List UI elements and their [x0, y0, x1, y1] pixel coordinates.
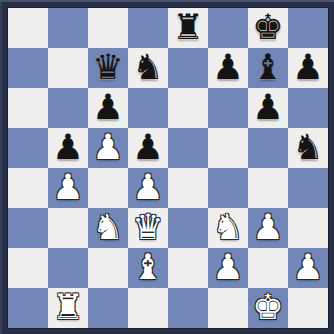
white-pawn-icon: ♟ [212, 248, 243, 287]
black-pawn-icon: ♟ [252, 88, 283, 127]
square-e6[interactable] [168, 88, 208, 128]
square-d5[interactable]: ♟ [128, 128, 168, 168]
square-c6[interactable]: ♟ [88, 88, 128, 128]
square-f7[interactable]: ♟ [208, 48, 248, 88]
square-e7[interactable] [168, 48, 208, 88]
square-h2[interactable]: ♟ [288, 248, 328, 288]
square-h1[interactable] [288, 288, 328, 328]
white-pawn-icon: ♟ [92, 128, 123, 167]
square-a5[interactable] [8, 128, 48, 168]
square-c7[interactable]: ♛ [88, 48, 128, 88]
square-h5[interactable]: ♞ [288, 128, 328, 168]
square-a2[interactable] [8, 248, 48, 288]
square-d7[interactable]: ♞ [128, 48, 168, 88]
black-knight-icon: ♞ [132, 48, 163, 87]
white-knight-icon: ♞ [92, 208, 123, 247]
square-d2[interactable]: ♝ [128, 248, 168, 288]
white-bishop-icon: ♝ [132, 248, 163, 287]
black-pawn-icon: ♟ [292, 48, 323, 87]
square-a8[interactable] [8, 8, 48, 48]
square-c2[interactable] [88, 248, 128, 288]
square-b8[interactable] [48, 8, 88, 48]
square-e5[interactable] [168, 128, 208, 168]
square-b7[interactable] [48, 48, 88, 88]
square-c8[interactable] [88, 8, 128, 48]
square-a4[interactable] [8, 168, 48, 208]
square-a1[interactable] [8, 288, 48, 328]
square-b4[interactable]: ♟ [48, 168, 88, 208]
black-rook-icon: ♜ [172, 8, 203, 47]
square-b2[interactable] [48, 248, 88, 288]
square-c4[interactable] [88, 168, 128, 208]
square-f1[interactable] [208, 288, 248, 328]
black-queen-icon: ♛ [92, 48, 123, 87]
square-d8[interactable] [128, 8, 168, 48]
black-king-icon: ♚ [252, 8, 283, 47]
square-c1[interactable] [88, 288, 128, 328]
square-b3[interactable] [48, 208, 88, 248]
white-queen-icon: ♛ [132, 208, 163, 247]
square-c5[interactable]: ♟ [88, 128, 128, 168]
square-f2[interactable]: ♟ [208, 248, 248, 288]
square-a6[interactable] [8, 88, 48, 128]
white-pawn-icon: ♟ [132, 168, 163, 207]
square-g2[interactable] [248, 248, 288, 288]
square-f6[interactable] [208, 88, 248, 128]
square-e4[interactable] [168, 168, 208, 208]
white-king-icon: ♚ [252, 288, 283, 327]
square-d3[interactable]: ♛ [128, 208, 168, 248]
square-e2[interactable] [168, 248, 208, 288]
black-pawn-icon: ♟ [92, 88, 123, 127]
square-e8[interactable]: ♜ [168, 8, 208, 48]
square-d4[interactable]: ♟ [128, 168, 168, 208]
square-f3[interactable]: ♞ [208, 208, 248, 248]
square-d6[interactable] [128, 88, 168, 128]
chess-board: ♜♚♛♞♟♝♟♟♟♟♟♟♞♟♟♞♛♞♟♝♟♟♜♚ [8, 8, 328, 328]
square-g1[interactable]: ♚ [248, 288, 288, 328]
square-h3[interactable] [288, 208, 328, 248]
square-h8[interactable] [288, 8, 328, 48]
square-e1[interactable] [168, 288, 208, 328]
square-b6[interactable] [48, 88, 88, 128]
square-h4[interactable] [288, 168, 328, 208]
square-b5[interactable]: ♟ [48, 128, 88, 168]
square-f5[interactable] [208, 128, 248, 168]
black-knight-icon: ♞ [292, 128, 323, 167]
square-f8[interactable] [208, 8, 248, 48]
square-f4[interactable] [208, 168, 248, 208]
square-g5[interactable] [248, 128, 288, 168]
square-a7[interactable] [8, 48, 48, 88]
square-c3[interactable]: ♞ [88, 208, 128, 248]
square-d1[interactable] [128, 288, 168, 328]
board-frame: ♜♚♛♞♟♝♟♟♟♟♟♟♞♟♟♞♛♞♟♝♟♟♜♚ [0, 0, 334, 334]
square-g7[interactable]: ♝ [248, 48, 288, 88]
square-h6[interactable] [288, 88, 328, 128]
black-pawn-icon: ♟ [212, 48, 243, 87]
black-bishop-icon: ♝ [252, 48, 283, 87]
square-a3[interactable] [8, 208, 48, 248]
square-g6[interactable]: ♟ [248, 88, 288, 128]
square-g4[interactable] [248, 168, 288, 208]
black-pawn-icon: ♟ [132, 128, 163, 167]
white-pawn-icon: ♟ [292, 248, 323, 287]
white-knight-icon: ♞ [212, 208, 243, 247]
square-e3[interactable] [168, 208, 208, 248]
white-pawn-icon: ♟ [52, 168, 83, 207]
square-g8[interactable]: ♚ [248, 8, 288, 48]
square-b1[interactable]: ♜ [48, 288, 88, 328]
square-h7[interactable]: ♟ [288, 48, 328, 88]
square-g3[interactable]: ♟ [248, 208, 288, 248]
white-pawn-icon: ♟ [252, 208, 283, 247]
white-rook-icon: ♜ [52, 288, 83, 327]
black-pawn-icon: ♟ [52, 128, 83, 167]
